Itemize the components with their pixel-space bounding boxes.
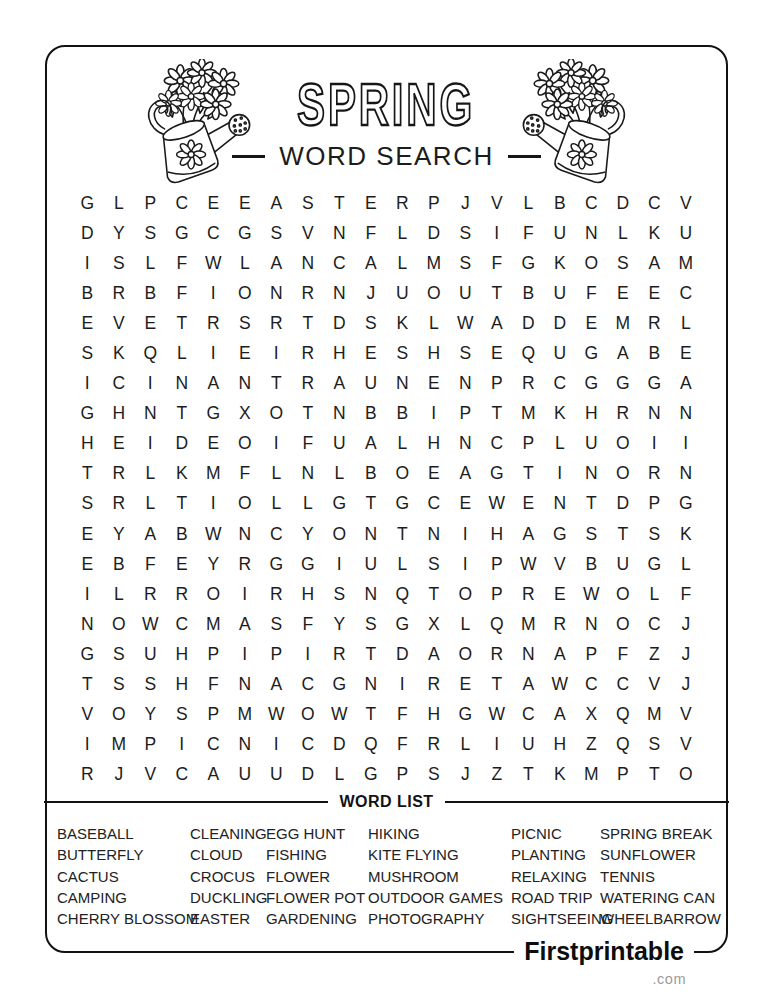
word-list-title: WORD LIST (328, 794, 444, 810)
grid-cell-r8c19: N (639, 399, 671, 429)
grid-cell-r6c2: K (103, 338, 135, 368)
grid-cell-r13c16: V (544, 549, 576, 579)
grid-cell-r11c11: G (387, 489, 419, 519)
grid-cell-r16c7: P (261, 639, 293, 669)
grid-cell-r1c12: P (418, 188, 450, 218)
grid-cell-r7c12: E (418, 369, 450, 399)
grid-cell-r7c7: T (261, 369, 293, 399)
grid-cell-r17c10: N (355, 670, 387, 700)
grid-cell-r17c2: S (103, 670, 135, 700)
grid-cell-r14c14: P (481, 579, 513, 609)
grid-cell-r7c17: G (576, 369, 608, 399)
grid-cell-r18c19: M (639, 700, 671, 730)
grid-cell-r10c14: G (481, 459, 513, 489)
grid-cell-r13c17: B (576, 549, 608, 579)
grid-cell-r2c5: C (198, 218, 230, 248)
grid-cell-r12c12: N (418, 519, 450, 549)
grid-cell-r6c13: S (450, 338, 482, 368)
grid-cell-r12c2: Y (103, 519, 135, 549)
grid-cell-r9c12: H (418, 429, 450, 459)
grid-cell-r3c10: A (355, 248, 387, 278)
grid-cell-r15c16: R (544, 609, 576, 639)
grid-cell-r17c13: E (450, 670, 482, 700)
grid-cell-r1c5: E (198, 188, 230, 218)
grid-cell-r18c8: O (292, 700, 324, 730)
grid-cell-r1c4: C (166, 188, 198, 218)
grid-cell-r3c20: M (670, 248, 702, 278)
grid-cell-r6c14: E (481, 338, 513, 368)
grid-cell-r18c17: X (576, 700, 608, 730)
grid-cell-r16c14: R (481, 639, 513, 669)
grid-cell-r8c4: T (166, 399, 198, 429)
word-item: DUCKLING (190, 887, 266, 908)
grid-cell-r9c6: O (229, 429, 261, 459)
grid-cell-r9c3: I (135, 429, 167, 459)
grid-cell-r15c9: Y (324, 609, 356, 639)
grid-cell-r19c11: F (387, 730, 419, 760)
grid-cell-r8c8: T (292, 399, 324, 429)
grid-cell-r2c13: S (450, 218, 482, 248)
grid-cell-r16c9: R (324, 639, 356, 669)
grid-cell-r20c10: G (355, 760, 387, 790)
grid-cell-r4c9: N (324, 278, 356, 308)
grid-cell-r11c7: L (261, 489, 293, 519)
grid-cell-r18c12: H (418, 700, 450, 730)
grid-cell-r19c18: Q (607, 730, 639, 760)
grid-cell-r15c7: S (261, 609, 293, 639)
word-item: BUTTERFLY (57, 844, 190, 865)
grid-cell-r4c10: J (355, 278, 387, 308)
grid-cell-r1c6: E (229, 188, 261, 218)
grid-cell-r2c7: S (261, 218, 293, 248)
grid-cell-r7c16: C (544, 369, 576, 399)
grid-cell-r19c13: L (450, 730, 482, 760)
grid-cell-r8c12: I (418, 399, 450, 429)
grid-cell-r13c3: F (135, 549, 167, 579)
grid-cell-r18c1: V (72, 700, 104, 730)
grid-cell-r10c5: M (198, 459, 230, 489)
grid-cell-r6c9: H (324, 338, 356, 368)
grid-cell-r6c19: B (639, 338, 671, 368)
grid-cell-r2c18: L (607, 218, 639, 248)
grid-cell-r8c14: T (481, 399, 513, 429)
grid-cell-r7c14: P (481, 369, 513, 399)
grid-cell-r9c9: U (324, 429, 356, 459)
grid-cell-r5c12: L (418, 308, 450, 338)
grid-cell-r1c14: V (481, 188, 513, 218)
grid-cell-r2c20: U (670, 218, 702, 248)
grid-cell-r11c12: C (418, 489, 450, 519)
grid-cell-r9c10: A (355, 429, 387, 459)
grid-cell-r13c7: G (261, 549, 293, 579)
grid-cell-r18c7: W (261, 700, 293, 730)
grid-cell-r11c13: E (450, 489, 482, 519)
grid-cell-r11c3: L (135, 489, 167, 519)
grid-cell-r5c5: R (198, 308, 230, 338)
grid-cell-r20c11: P (387, 760, 419, 790)
grid-cell-r18c20: V (670, 700, 702, 730)
grid-cell-r10c15: T (513, 459, 545, 489)
grid-cell-r17c3: S (135, 670, 167, 700)
grid-cell-r6c4: L (166, 338, 198, 368)
grid-cell-r14c9: S (324, 579, 356, 609)
grid-cell-r12c6: N (229, 519, 261, 549)
grid-cell-r3c17: O (576, 248, 608, 278)
grid-cell-r5c6: S (229, 308, 261, 338)
grid-cell-r13c5: Y (198, 549, 230, 579)
grid-cell-r7c19: G (639, 369, 671, 399)
grid-cell-r18c2: O (103, 700, 135, 730)
grid-cell-r11c6: O (229, 489, 261, 519)
grid-cell-r18c15: C (513, 700, 545, 730)
grid-cell-r3c5: W (198, 248, 230, 278)
grid-cell-r17c16: W (544, 670, 576, 700)
grid-cell-r15c11: G (387, 609, 419, 639)
grid-cell-r20c16: K (544, 760, 576, 790)
grid-cell-r12c8: Y (292, 519, 324, 549)
grid-cell-r2c12: D (418, 218, 450, 248)
grid-cell-r15c2: O (103, 609, 135, 639)
grid-cell-r19c2: M (103, 730, 135, 760)
word-item: MUSHROOM (368, 866, 511, 887)
grid-cell-r8c3: N (135, 399, 167, 429)
grid-cell-r8c16: K (544, 399, 576, 429)
grid-cell-r10c20: N (670, 459, 702, 489)
grid-cell-r18c11: F (387, 700, 419, 730)
grid-cell-r20c19: T (639, 760, 671, 790)
grid-cell-r20c15: T (513, 760, 545, 790)
grid-cell-r20c3: V (135, 760, 167, 790)
word-item: FISHING (266, 844, 368, 865)
grid-cell-r7c1: I (72, 369, 104, 399)
grid-cell-r6c17: G (576, 338, 608, 368)
grid-cell-r4c8: R (292, 278, 324, 308)
grid-cell-r10c10: B (355, 459, 387, 489)
puzzle-title: SPRING (298, 75, 476, 135)
grid-cell-r5c13: W (450, 308, 482, 338)
grid-cell-r10c17: N (576, 459, 608, 489)
grid-cell-r6c11: S (387, 338, 419, 368)
grid-cell-r17c5: F (198, 670, 230, 700)
grid-cell-r1c20: V (670, 188, 702, 218)
grid-cell-r17c11: I (387, 670, 419, 700)
grid-cell-r9c7: I (261, 429, 293, 459)
grid-cell-r3c7: A (261, 248, 293, 278)
grid-cell-r14c17: W (576, 579, 608, 609)
grid-cell-r5c18: M (607, 308, 639, 338)
grid-cell-r1c17: C (576, 188, 608, 218)
grid-cell-r13c8: G (292, 549, 324, 579)
grid-cell-r15c6: A (229, 609, 261, 639)
grid-cell-r13c15: W (513, 549, 545, 579)
grid-cell-r20c9: L (324, 760, 356, 790)
grid-cell-r11c19: P (639, 489, 671, 519)
grid-cell-r3c6: L (229, 248, 261, 278)
grid-cell-r16c11: D (387, 639, 419, 669)
grid-cell-r15c18: O (607, 609, 639, 639)
grid-cell-r18c13: G (450, 700, 482, 730)
grid-cell-r18c6: M (229, 700, 261, 730)
grid-cell-r11c17: T (576, 489, 608, 519)
grid-cell-r12c13: I (450, 519, 482, 549)
grid-cell-r18c18: Q (607, 700, 639, 730)
grid-cell-r19c19: S (639, 730, 671, 760)
grid-cell-r2c4: G (166, 218, 198, 248)
grid-cell-r19c15: U (513, 730, 545, 760)
grid-cell-r2c15: F (513, 218, 545, 248)
grid-cell-r6c16: U (544, 338, 576, 368)
grid-cell-r10c6: F (229, 459, 261, 489)
grid-cell-r9c14: C (481, 429, 513, 459)
grid-cell-r12c1: E (72, 519, 104, 549)
grid-cell-r7c13: N (450, 369, 482, 399)
grid-cell-r17c18: C (607, 670, 639, 700)
grid-cell-r3c13: S (450, 248, 482, 278)
grid-cell-r5c17: E (576, 308, 608, 338)
grid-cell-r10c9: L (324, 459, 356, 489)
grid-cell-r14c10: N (355, 579, 387, 609)
grid-cell-r14c15: R (513, 579, 545, 609)
grid-cell-r20c8: D (292, 760, 324, 790)
grid-cell-r11c5: I (198, 489, 230, 519)
grid-cell-r16c16: A (544, 639, 576, 669)
grid-cell-r12c14: H (481, 519, 513, 549)
grid-cell-r14c13: O (450, 579, 482, 609)
grid-cell-r20c18: P (607, 760, 639, 790)
grid-cell-r18c4: S (166, 700, 198, 730)
grid-cell-r5c7: R (261, 308, 293, 338)
grid-cell-r11c16: N (544, 489, 576, 519)
grid-cell-r11c18: D (607, 489, 639, 519)
grid-cell-r4c2: R (103, 278, 135, 308)
grid-cell-r17c17: C (576, 670, 608, 700)
grid-cell-r14c16: E (544, 579, 576, 609)
grid-cell-r11c9: G (324, 489, 356, 519)
word-list-divider: WORD LIST (44, 794, 728, 810)
subtitle-dash-left (232, 155, 265, 158)
grid-cell-r14c4: R (166, 579, 198, 609)
grid-cell-r18c3: Y (135, 700, 167, 730)
grid-cell-r19c12: R (418, 730, 450, 760)
grid-cell-r7c10: U (355, 369, 387, 399)
grid-cell-r20c14: Z (481, 760, 513, 790)
grid-cell-r20c13: J (450, 760, 482, 790)
grid-cell-r9c18: O (607, 429, 639, 459)
grid-cell-r13c19: G (639, 549, 671, 579)
grid-cell-r7c5: A (198, 369, 230, 399)
puzzle-page: SPRING WORD SEARCH GLPCEEASTERPJVLBCDCVD… (45, 45, 728, 953)
grid-cell-r20c12: S (418, 760, 450, 790)
word-item: KITE FLYING (368, 844, 511, 865)
grid-cell-r5c4: T (166, 308, 198, 338)
grid-cell-r16c13: O (450, 639, 482, 669)
grid-cell-r8c15: M (513, 399, 545, 429)
grid-cell-r3c8: N (292, 248, 324, 278)
grid-cell-r16c4: H (166, 639, 198, 669)
word-item: EGG HUNT (266, 823, 368, 844)
grid-cell-r16c10: T (355, 639, 387, 669)
grid-cell-r8c20: N (670, 399, 702, 429)
grid-cell-r18c16: A (544, 700, 576, 730)
grid-cell-r13c1: E (72, 549, 104, 579)
grid-cell-r12c3: A (135, 519, 167, 549)
grid-cell-r4c16: U (544, 278, 576, 308)
grid-cell-r10c4: K (166, 459, 198, 489)
grid-cell-r4c7: N (261, 278, 293, 308)
grid-cell-r1c18: D (607, 188, 639, 218)
word-item: RELAXING (511, 866, 600, 887)
word-item: CROCUS (190, 866, 266, 887)
grid-cell-r9c8: F (292, 429, 324, 459)
grid-cell-r5c19: R (639, 308, 671, 338)
grid-cell-r16c19: Z (639, 639, 671, 669)
word-item: GARDENING (266, 908, 368, 929)
grid-cell-r13c14: P (481, 549, 513, 579)
grid-cell-r7c6: N (229, 369, 261, 399)
grid-cell-r3c12: M (418, 248, 450, 278)
grid-cell-r19c7: I (261, 730, 293, 760)
grid-cell-r5c10: S (355, 308, 387, 338)
grid-cell-r20c4: C (166, 760, 198, 790)
header: SPRING (47, 75, 726, 135)
word-item: CHERRY BLOSSOM (57, 908, 190, 929)
grid-cell-r20c2: J (103, 760, 135, 790)
grid-cell-r2c8: V (292, 218, 324, 248)
grid-cell-r20c17: M (576, 760, 608, 790)
grid-cell-r8c11: B (387, 399, 419, 429)
word-item: CLOUD (190, 844, 266, 865)
grid-cell-r4c19: E (639, 278, 671, 308)
grid-cell-r11c2: R (103, 489, 135, 519)
grid-cell-r3c19: A (639, 248, 671, 278)
grid-cell-r4c15: B (513, 278, 545, 308)
grid-cell-r2c17: N (576, 218, 608, 248)
grid-cell-r8c2: H (103, 399, 135, 429)
grid-cell-r4c6: O (229, 278, 261, 308)
grid-cell-r2c19: K (639, 218, 671, 248)
grid-cell-r10c13: A (450, 459, 482, 489)
divider-line-left (44, 801, 328, 804)
grid-cell-r9c4: D (166, 429, 198, 459)
grid-cell-r9c20: I (670, 429, 702, 459)
grid-cell-r15c1: N (72, 609, 104, 639)
word-item: EASTER (190, 908, 266, 929)
grid-cell-r1c19: C (639, 188, 671, 218)
grid-cell-r12c18: T (607, 519, 639, 549)
puzzle-subtitle: WORD SEARCH (279, 143, 493, 169)
grid-cell-r13c10: U (355, 549, 387, 579)
grid-cell-r5c1: E (72, 308, 104, 338)
grid-cell-r6c18: A (607, 338, 639, 368)
grid-cell-r19c1: I (72, 730, 104, 760)
grid-cell-r7c20: A (670, 369, 702, 399)
grid-cell-r11c15: E (513, 489, 545, 519)
grid-cell-r7c11: N (387, 369, 419, 399)
grid-cell-r9c5: E (198, 429, 230, 459)
grid-cell-r2c6: G (229, 218, 261, 248)
grid-cell-r19c5: C (198, 730, 230, 760)
grid-cell-r17c19: V (639, 670, 671, 700)
grid-cell-r20c5: A (198, 760, 230, 790)
grid-cell-r13c11: L (387, 549, 419, 579)
grid-cell-r6c12: H (418, 338, 450, 368)
word-item: HIKING (368, 823, 511, 844)
grid-cell-r9c15: P (513, 429, 545, 459)
word-item: CLEANING (190, 823, 266, 844)
grid-cell-r12c4: B (166, 519, 198, 549)
grid-cell-r5c8: T (292, 308, 324, 338)
grid-cell-r5c11: K (387, 308, 419, 338)
grid-cell-r9c1: H (72, 429, 104, 459)
grid-cell-r7c3: I (135, 369, 167, 399)
word-item: SPRING BREAK (600, 823, 725, 844)
grid-cell-r8c18: R (607, 399, 639, 429)
grid-cell-r12c20: K (670, 519, 702, 549)
grid-cell-r12c11: T (387, 519, 419, 549)
subtitle-dash-right (508, 155, 541, 158)
grid-cell-r12c16: G (544, 519, 576, 549)
grid-cell-r17c9: G (324, 670, 356, 700)
word-item: OUTDOOR GAMES (368, 887, 511, 908)
grid-cell-r15c4: C (166, 609, 198, 639)
grid-cell-r9c13: N (450, 429, 482, 459)
grid-cell-r10c12: E (418, 459, 450, 489)
grid-cell-r16c8: I (292, 639, 324, 669)
grid-cell-r1c9: T (324, 188, 356, 218)
grid-cell-r1c15: L (513, 188, 545, 218)
grid-cell-r2c2: Y (103, 218, 135, 248)
grid-cell-r20c20: O (670, 760, 702, 790)
grid-cell-r11c14: W (481, 489, 513, 519)
grid-cell-r6c1: S (72, 338, 104, 368)
grid-cell-r6c20: E (670, 338, 702, 368)
grid-cell-r19c3: P (135, 730, 167, 760)
grid-cell-r10c8: N (292, 459, 324, 489)
grid-cell-r1c7: A (261, 188, 293, 218)
grid-cell-r16c12: A (418, 639, 450, 669)
grid-cell-r12c9: O (324, 519, 356, 549)
grid-cell-r4c4: F (166, 278, 198, 308)
grid-cell-r3c15: G (513, 248, 545, 278)
grid-cell-r14c18: O (607, 579, 639, 609)
grid-cell-r16c15: N (513, 639, 545, 669)
grid-cell-r14c11: Q (387, 579, 419, 609)
grid-cell-r14c3: R (135, 579, 167, 609)
grid-cell-r8c9: N (324, 399, 356, 429)
grid-cell-r12c17: S (576, 519, 608, 549)
divider-line-right (445, 801, 729, 804)
grid-cell-r14c6: I (229, 579, 261, 609)
brand-domain: .com (653, 971, 686, 987)
grid-cell-r10c19: R (639, 459, 671, 489)
grid-cell-r14c2: L (103, 579, 135, 609)
grid-cell-r19c16: H (544, 730, 576, 760)
grid-cell-r1c8: S (292, 188, 324, 218)
letter-grid: GLPCEEASTERPJVLBCDCVDYSGCGSVNFLDSIFUNLKU… (72, 188, 702, 790)
grid-cell-r18c14: W (481, 700, 513, 730)
word-list: BASEBALLBUTTERFLYCACTUSCAMPINGCHERRY BLO… (57, 823, 722, 929)
subtitle-row: WORD SEARCH (47, 143, 726, 169)
word-item: TENNIS (600, 866, 725, 887)
grid-cell-r11c1: S (72, 489, 104, 519)
grid-cell-r13c2: B (103, 549, 135, 579)
grid-cell-r3c11: L (387, 248, 419, 278)
word-item: CACTUS (57, 866, 190, 887)
grid-cell-r19c20: V (670, 730, 702, 760)
word-item: PLANTING (511, 844, 600, 865)
grid-cell-r8c13: P (450, 399, 482, 429)
grid-cell-r14c8: H (292, 579, 324, 609)
